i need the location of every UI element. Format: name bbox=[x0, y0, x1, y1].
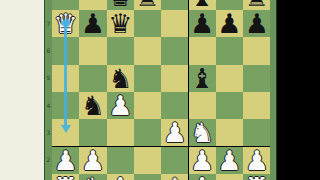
board-border-left bbox=[44, 0, 52, 180]
screenshot-stage: ♚♜♝♜♛♟♛♟♟♟♞♝♞♟♟♞♟♟♟♟♟♜♞♝♚♝♜ 765432 bbox=[0, 0, 320, 180]
square-a6[interactable] bbox=[52, 37, 79, 64]
piece-black-pawn-b7[interactable]: ♟ bbox=[79, 10, 106, 37]
piece-white-knight-f3[interactable]: ♞ bbox=[189, 119, 216, 146]
piece-black-pawn-f7[interactable]: ♟ bbox=[189, 10, 216, 37]
page-right-margin bbox=[277, 0, 320, 180]
piece-white-pawn-e3[interactable]: ♟ bbox=[161, 119, 188, 146]
piece-black-pawn-g7[interactable]: ♟ bbox=[216, 10, 243, 37]
piece-white-bishop-f1[interactable]: ♝ bbox=[189, 174, 216, 180]
square-d7[interactable] bbox=[134, 10, 161, 37]
square-e2[interactable] bbox=[161, 147, 188, 174]
square-d2[interactable] bbox=[134, 147, 161, 174]
rank-label-4: 4 bbox=[45, 103, 52, 109]
square-e8[interactable] bbox=[161, 0, 188, 10]
square-h5[interactable] bbox=[243, 65, 270, 92]
piece-white-pawn-g2[interactable]: ♟ bbox=[216, 147, 243, 174]
piece-white-rook-a1[interactable]: ♜ bbox=[52, 174, 79, 180]
piece-white-pawn-a2[interactable]: ♟ bbox=[52, 147, 79, 174]
rank-label-5: 5 bbox=[45, 75, 52, 81]
board-squares: ♚♜♝♜♛♟♛♟♟♟♞♝♞♟♟♞♟♟♟♟♟♜♞♝♚♝♜ bbox=[52, 0, 271, 180]
square-a3[interactable] bbox=[52, 119, 79, 146]
square-h4[interactable] bbox=[243, 92, 270, 119]
piece-white-pawn-c4[interactable]: ♟ bbox=[107, 92, 134, 119]
square-c6[interactable] bbox=[107, 37, 134, 64]
piece-white-queen-a7[interactable]: ♛ bbox=[52, 10, 79, 37]
piece-white-rook-h1[interactable]: ♜ bbox=[243, 174, 270, 180]
piece-white-pawn-f2[interactable]: ♟ bbox=[189, 147, 216, 174]
page-left-margin bbox=[0, 0, 44, 180]
square-d3[interactable] bbox=[134, 119, 161, 146]
square-e6[interactable] bbox=[161, 37, 188, 64]
square-h3[interactable] bbox=[243, 119, 270, 146]
rank-label-6: 6 bbox=[45, 48, 52, 54]
square-a4[interactable] bbox=[52, 92, 79, 119]
square-f6[interactable] bbox=[189, 37, 216, 64]
piece-black-rook-d8[interactable]: ♜ bbox=[134, 0, 161, 10]
piece-white-king-e1[interactable]: ♚ bbox=[161, 174, 188, 180]
square-g5[interactable] bbox=[216, 65, 243, 92]
square-c2[interactable] bbox=[107, 147, 134, 174]
square-a5[interactable] bbox=[52, 65, 79, 92]
square-d1[interactable] bbox=[134, 174, 161, 180]
piece-black-knight-c5[interactable]: ♞ bbox=[107, 65, 134, 92]
piece-black-bishop-f5[interactable]: ♝ bbox=[189, 65, 216, 92]
piece-white-bishop-c1[interactable]: ♝ bbox=[107, 174, 134, 180]
rank-label-3: 3 bbox=[45, 130, 52, 136]
piece-white-pawn-b2[interactable]: ♟ bbox=[79, 147, 106, 174]
square-h6[interactable] bbox=[243, 37, 270, 64]
square-d6[interactable] bbox=[134, 37, 161, 64]
square-f4[interactable] bbox=[189, 92, 216, 119]
piece-black-queen-c7[interactable]: ♛ bbox=[107, 10, 134, 37]
piece-white-pawn-h2[interactable]: ♟ bbox=[243, 147, 270, 174]
square-d4[interactable] bbox=[134, 92, 161, 119]
square-b6[interactable] bbox=[79, 37, 106, 64]
square-e4[interactable] bbox=[161, 92, 188, 119]
square-g4[interactable] bbox=[216, 92, 243, 119]
rank-label-2: 2 bbox=[45, 157, 52, 163]
board-border-right bbox=[270, 0, 277, 180]
rank-label-7: 7 bbox=[45, 21, 52, 27]
square-b5[interactable] bbox=[79, 65, 106, 92]
square-c3[interactable] bbox=[107, 119, 134, 146]
square-b3[interactable] bbox=[79, 119, 106, 146]
square-d5[interactable] bbox=[134, 65, 161, 92]
piece-black-pawn-h7[interactable]: ♟ bbox=[243, 10, 270, 37]
square-g3[interactable] bbox=[216, 119, 243, 146]
square-g6[interactable] bbox=[216, 37, 243, 64]
chess-board[interactable]: ♚♜♝♜♛♟♛♟♟♟♞♝♞♟♟♞♟♟♟♟♟♜♞♝♚♝♜ 765432 bbox=[44, 0, 277, 180]
piece-white-knight-b1[interactable]: ♞ bbox=[79, 174, 106, 180]
piece-black-knight-b4[interactable]: ♞ bbox=[79, 92, 106, 119]
square-e5[interactable] bbox=[161, 65, 188, 92]
square-e7[interactable] bbox=[161, 10, 188, 37]
